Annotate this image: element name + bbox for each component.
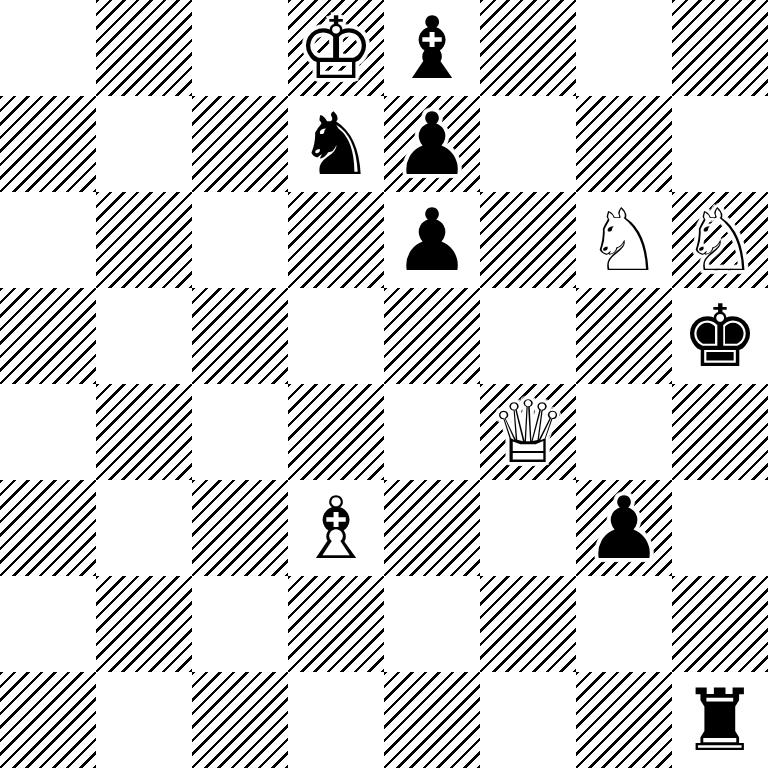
- square-e2[interactable]: [384, 576, 480, 672]
- square-f3[interactable]: [480, 480, 576, 576]
- square-h8[interactable]: [672, 0, 768, 96]
- square-a1[interactable]: [0, 672, 96, 768]
- piece-black-pawn: ♟: [393, 96, 470, 192]
- square-d3[interactable]: ♗: [288, 480, 384, 576]
- square-e3[interactable]: [384, 480, 480, 576]
- square-a3[interactable]: [0, 480, 96, 576]
- square-b1[interactable]: [96, 672, 192, 768]
- piece-white-bishop: ♗: [297, 480, 374, 576]
- square-f2[interactable]: [480, 576, 576, 672]
- square-h3[interactable]: [672, 480, 768, 576]
- square-g1[interactable]: [576, 672, 672, 768]
- square-a4[interactable]: [0, 384, 96, 480]
- square-d6[interactable]: [288, 192, 384, 288]
- square-e5[interactable]: [384, 288, 480, 384]
- piece-white-king: ♔: [297, 0, 374, 96]
- piece-black-bishop: ♝: [393, 0, 470, 96]
- square-g2[interactable]: [576, 576, 672, 672]
- square-h4[interactable]: [672, 384, 768, 480]
- square-e1[interactable]: [384, 672, 480, 768]
- square-c8[interactable]: [192, 0, 288, 96]
- square-e6[interactable]: ♟: [384, 192, 480, 288]
- square-f7[interactable]: [480, 96, 576, 192]
- piece-black-pawn: ♟: [585, 480, 662, 576]
- square-d2[interactable]: [288, 576, 384, 672]
- piece-black-pawn: ♟: [393, 192, 470, 288]
- square-b7[interactable]: [96, 96, 192, 192]
- square-g4[interactable]: [576, 384, 672, 480]
- square-c5[interactable]: [192, 288, 288, 384]
- square-c2[interactable]: [192, 576, 288, 672]
- square-d4[interactable]: [288, 384, 384, 480]
- square-c7[interactable]: [192, 96, 288, 192]
- square-f4[interactable]: ♕: [480, 384, 576, 480]
- square-f6[interactable]: [480, 192, 576, 288]
- square-f8[interactable]: [480, 0, 576, 96]
- piece-black-knight: ♞: [297, 96, 374, 192]
- square-g5[interactable]: [576, 288, 672, 384]
- square-a7[interactable]: [0, 96, 96, 192]
- square-h2[interactable]: [672, 576, 768, 672]
- square-b2[interactable]: [96, 576, 192, 672]
- square-e4[interactable]: [384, 384, 480, 480]
- square-g7[interactable]: [576, 96, 672, 192]
- square-a6[interactable]: [0, 192, 96, 288]
- square-h1[interactable]: ♜: [672, 672, 768, 768]
- square-c4[interactable]: [192, 384, 288, 480]
- square-d7[interactable]: ♞: [288, 96, 384, 192]
- square-h6[interactable]: ♘: [672, 192, 768, 288]
- square-b8[interactable]: [96, 0, 192, 96]
- square-a8[interactable]: [0, 0, 96, 96]
- piece-white-knight: ♘: [585, 192, 662, 288]
- chessboard: ♔♝♞♟♟♘♘♚♕♗♟♜: [0, 0, 768, 768]
- square-c3[interactable]: [192, 480, 288, 576]
- square-g6[interactable]: ♘: [576, 192, 672, 288]
- square-d8[interactable]: ♔: [288, 0, 384, 96]
- square-a2[interactable]: [0, 576, 96, 672]
- square-h7[interactable]: [672, 96, 768, 192]
- square-c1[interactable]: [192, 672, 288, 768]
- square-d5[interactable]: [288, 288, 384, 384]
- square-g8[interactable]: [576, 0, 672, 96]
- square-b4[interactable]: [96, 384, 192, 480]
- piece-black-king: ♚: [681, 288, 758, 384]
- square-b6[interactable]: [96, 192, 192, 288]
- piece-white-knight: ♘: [681, 192, 758, 288]
- square-c6[interactable]: [192, 192, 288, 288]
- square-a5[interactable]: [0, 288, 96, 384]
- square-e8[interactable]: ♝: [384, 0, 480, 96]
- piece-white-queen: ♕: [489, 384, 566, 480]
- square-b3[interactable]: [96, 480, 192, 576]
- square-d1[interactable]: [288, 672, 384, 768]
- square-g3[interactable]: ♟: [576, 480, 672, 576]
- piece-black-rook: ♜: [681, 672, 758, 768]
- square-b5[interactable]: [96, 288, 192, 384]
- square-f1[interactable]: [480, 672, 576, 768]
- square-h5[interactable]: ♚: [672, 288, 768, 384]
- square-f5[interactable]: [480, 288, 576, 384]
- square-e7[interactable]: ♟: [384, 96, 480, 192]
